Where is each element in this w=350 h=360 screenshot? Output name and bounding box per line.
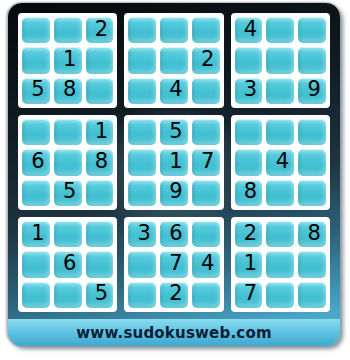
- given-digit: 2: [201, 49, 214, 70]
- box-r3c1: 165: [18, 217, 117, 312]
- given-digit: 4: [244, 19, 257, 40]
- given-digit: 1: [31, 223, 44, 244]
- box-r2c3: 48: [231, 115, 330, 210]
- cell-r3c9[interactable]: 9: [298, 78, 326, 104]
- cell-r9c8[interactable]: [266, 282, 294, 308]
- cell-r8c1[interactable]: [22, 251, 50, 277]
- given-digit: 6: [63, 253, 76, 274]
- cell-r9c6[interactable]: [192, 282, 220, 308]
- cell-r9c4[interactable]: [128, 282, 156, 308]
- cell-r7c1[interactable]: 1: [22, 221, 50, 247]
- cell-r2c8[interactable]: [266, 47, 294, 73]
- cell-r2c7[interactable]: [235, 47, 263, 73]
- sudoku-board: 2158244391685517948165367422817: [8, 3, 340, 319]
- cell-r6c6[interactable]: [192, 180, 220, 206]
- given-digit: 4: [201, 253, 214, 274]
- cell-r3c8[interactable]: [266, 78, 294, 104]
- sudoku-board-frame: 2158244391685517948165367422817 www.sudo…: [8, 3, 340, 346]
- cell-r6c7[interactable]: 8: [235, 180, 263, 206]
- cell-r1c9[interactable]: [298, 17, 326, 43]
- cell-r2c4[interactable]: [128, 47, 156, 73]
- given-digit: 1: [95, 121, 108, 142]
- cell-r9c5[interactable]: 2: [160, 282, 188, 308]
- box-r3c3: 2817: [231, 217, 330, 312]
- cell-r3c1[interactable]: 5: [22, 78, 50, 104]
- cell-r5c5[interactable]: 1: [160, 149, 188, 175]
- given-digit: 7: [169, 253, 182, 274]
- cell-r3c5[interactable]: 4: [160, 78, 188, 104]
- cell-r3c4[interactable]: [128, 78, 156, 104]
- cell-r1c2[interactable]: [54, 17, 82, 43]
- given-digit: 8: [244, 181, 257, 202]
- cell-r5c3[interactable]: 8: [86, 149, 114, 175]
- box-r1c3: 439: [231, 13, 330, 108]
- given-digit: 3: [244, 79, 257, 100]
- cell-r8c6[interactable]: 4: [192, 251, 220, 277]
- cell-r8c3[interactable]: [86, 251, 114, 277]
- cell-r1c6[interactable]: [192, 17, 220, 43]
- given-digit: 8: [307, 223, 320, 244]
- cell-r5c2[interactable]: [54, 149, 82, 175]
- cell-r6c2[interactable]: 5: [54, 180, 82, 206]
- given-digit: 9: [169, 181, 182, 202]
- cell-r1c7[interactable]: 4: [235, 17, 263, 43]
- cell-r6c4[interactable]: [128, 180, 156, 206]
- cell-r5c4[interactable]: [128, 149, 156, 175]
- page: 2158244391685517948165367422817 www.sudo…: [0, 0, 350, 360]
- cell-r6c1[interactable]: [22, 180, 50, 206]
- cell-r5c9[interactable]: [298, 149, 326, 175]
- cell-r8c4[interactable]: [128, 251, 156, 277]
- cell-r8c5[interactable]: 7: [160, 251, 188, 277]
- cell-r1c5[interactable]: [160, 17, 188, 43]
- cell-r1c4[interactable]: [128, 17, 156, 43]
- cell-r3c2[interactable]: 8: [54, 78, 82, 104]
- box-r3c2: 36742: [124, 217, 223, 312]
- cell-r4c9[interactable]: [298, 119, 326, 145]
- cell-r9c3[interactable]: 5: [86, 282, 114, 308]
- cell-r5c6[interactable]: 7: [192, 149, 220, 175]
- given-digit: 1: [169, 151, 182, 172]
- cell-r3c6[interactable]: [192, 78, 220, 104]
- cell-r2c3[interactable]: [86, 47, 114, 73]
- given-digit: 5: [63, 181, 76, 202]
- cell-r4c7[interactable]: [235, 119, 263, 145]
- cell-r7c9[interactable]: 8: [298, 221, 326, 247]
- given-digit: 6: [31, 151, 44, 172]
- cell-r4c1[interactable]: [22, 119, 50, 145]
- given-digit: 7: [201, 151, 214, 172]
- cell-r2c5[interactable]: [160, 47, 188, 73]
- cell-r8c7[interactable]: 1: [235, 251, 263, 277]
- cell-r4c4[interactable]: [128, 119, 156, 145]
- cell-r2c6[interactable]: 2: [192, 47, 220, 73]
- cell-r4c3[interactable]: 1: [86, 119, 114, 145]
- given-digit: 5: [169, 121, 182, 142]
- footer-bar: www.sudokusweb.com: [8, 319, 340, 346]
- cell-r6c9[interactable]: [298, 180, 326, 206]
- cell-r5c7[interactable]: [235, 149, 263, 175]
- cell-r7c4[interactable]: 3: [128, 221, 156, 247]
- given-digit: 5: [31, 79, 44, 100]
- cell-r6c5[interactable]: 9: [160, 180, 188, 206]
- cell-r1c8[interactable]: [266, 17, 294, 43]
- cell-r3c7[interactable]: 3: [235, 78, 263, 104]
- given-digit: 2: [95, 19, 108, 40]
- cell-r3c3[interactable]: [86, 78, 114, 104]
- given-digit: 1: [244, 253, 257, 274]
- cell-r2c9[interactable]: [298, 47, 326, 73]
- cell-r8c2[interactable]: 6: [54, 251, 82, 277]
- cell-r4c2[interactable]: [54, 119, 82, 145]
- given-digit: 4: [276, 151, 289, 172]
- cell-r7c2[interactable]: [54, 221, 82, 247]
- cell-r2c2[interactable]: 1: [54, 47, 82, 73]
- cell-r4c5[interactable]: 5: [160, 119, 188, 145]
- cell-r7c5[interactable]: 6: [160, 221, 188, 247]
- cell-r5c1[interactable]: 6: [22, 149, 50, 175]
- box-r1c1: 2158: [18, 13, 117, 108]
- cell-r9c9[interactable]: [298, 282, 326, 308]
- given-digit: 2: [244, 223, 257, 244]
- given-digit: 4: [169, 79, 182, 100]
- cell-r8c9[interactable]: [298, 251, 326, 277]
- given-digit: 9: [307, 79, 320, 100]
- box-r2c1: 1685: [18, 115, 117, 210]
- cell-r9c2[interactable]: [54, 282, 82, 308]
- cell-r4c6[interactable]: [192, 119, 220, 145]
- cell-r7c3[interactable]: [86, 221, 114, 247]
- given-digit: 8: [63, 79, 76, 100]
- given-digit: 3: [138, 223, 151, 244]
- cell-r8c8[interactable]: [266, 251, 294, 277]
- cell-r7c8[interactable]: [266, 221, 294, 247]
- given-digit: 1: [63, 49, 76, 70]
- cell-r2c1[interactable]: [22, 47, 50, 73]
- cell-r9c1[interactable]: [22, 282, 50, 308]
- cell-r1c3[interactable]: 2: [86, 17, 114, 43]
- cell-r7c7[interactable]: 2: [235, 221, 263, 247]
- cell-r4c8[interactable]: [266, 119, 294, 145]
- given-digit: 6: [169, 223, 182, 244]
- given-digit: 8: [95, 151, 108, 172]
- cell-r6c3[interactable]: [86, 180, 114, 206]
- cell-r1c1[interactable]: [22, 17, 50, 43]
- box-r1c2: 24: [124, 13, 223, 108]
- cell-r7c6[interactable]: [192, 221, 220, 247]
- cell-r6c8[interactable]: [266, 180, 294, 206]
- given-digit: 5: [95, 283, 108, 304]
- cell-r5c8[interactable]: 4: [266, 149, 294, 175]
- cell-r9c7[interactable]: 7: [235, 282, 263, 308]
- site-url[interactable]: www.sudokusweb.com: [76, 324, 271, 342]
- box-r2c2: 5179: [124, 115, 223, 210]
- given-digit: 7: [244, 283, 257, 304]
- given-digit: 2: [169, 283, 182, 304]
